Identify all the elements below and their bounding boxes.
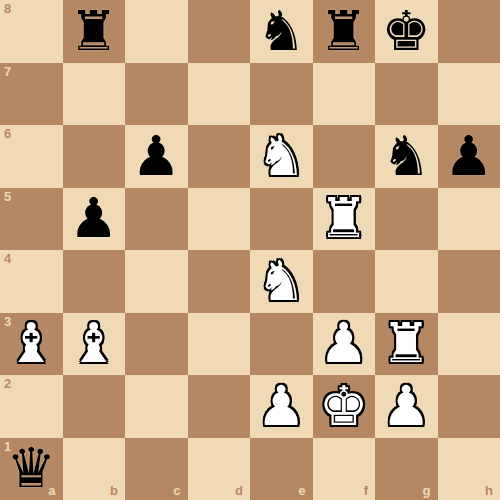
square-a8[interactable]: 8 [0, 0, 63, 63]
square-c6[interactable]: ♟ [125, 125, 188, 188]
square-c5[interactable] [125, 188, 188, 251]
piece-black-rook[interactable]: ♜ [319, 4, 368, 59]
square-e2[interactable]: ♟ [250, 375, 313, 438]
square-b1[interactable]: b [63, 438, 126, 500]
square-d2[interactable] [188, 375, 251, 438]
square-g6[interactable]: ♞ [375, 125, 438, 188]
piece-black-knight[interactable]: ♞ [382, 129, 431, 184]
chess-board: 8♜♞♜♚76♟♞♞♟5♟♜4♞3♝♝♟♜2♟♚♟1a♛bcdefgh [0, 0, 500, 500]
file-label-h: h [485, 483, 493, 498]
square-g1[interactable]: g [375, 438, 438, 500]
square-h5[interactable] [438, 188, 500, 251]
square-d8[interactable] [188, 0, 251, 63]
square-b5[interactable]: ♟ [63, 188, 126, 251]
square-b8[interactable]: ♜ [63, 0, 126, 63]
rank-label-6: 6 [4, 126, 11, 141]
square-c1[interactable]: c [125, 438, 188, 500]
square-d4[interactable] [188, 250, 251, 313]
rank-label-4: 4 [4, 251, 11, 266]
square-b6[interactable] [63, 125, 126, 188]
square-c7[interactable] [125, 63, 188, 126]
piece-white-rook[interactable]: ♜ [382, 316, 431, 371]
rank-label-8: 8 [4, 1, 11, 16]
square-g2[interactable]: ♟ [375, 375, 438, 438]
square-f2[interactable]: ♚ [313, 375, 376, 438]
piece-white-pawn[interactable]: ♟ [319, 316, 368, 371]
square-h3[interactable] [438, 313, 500, 376]
square-f6[interactable] [313, 125, 376, 188]
square-e3[interactable] [250, 313, 313, 376]
square-a5[interactable]: 5 [0, 188, 63, 251]
square-e6[interactable]: ♞ [250, 125, 313, 188]
square-b3[interactable]: ♝ [63, 313, 126, 376]
square-e8[interactable]: ♞ [250, 0, 313, 63]
square-c3[interactable] [125, 313, 188, 376]
square-c2[interactable] [125, 375, 188, 438]
piece-black-rook[interactable]: ♜ [69, 4, 118, 59]
piece-black-queen[interactable]: ♛ [7, 441, 56, 496]
square-f4[interactable] [313, 250, 376, 313]
square-b4[interactable] [63, 250, 126, 313]
square-f5[interactable]: ♜ [313, 188, 376, 251]
square-f7[interactable] [313, 63, 376, 126]
piece-white-knight[interactable]: ♞ [257, 254, 306, 309]
square-e7[interactable] [250, 63, 313, 126]
rank-label-7: 7 [4, 64, 11, 79]
piece-black-pawn[interactable]: ♟ [444, 129, 493, 184]
piece-white-bishop[interactable]: ♝ [7, 316, 56, 371]
square-a7[interactable]: 7 [0, 63, 63, 126]
square-h6[interactable]: ♟ [438, 125, 500, 188]
file-label-f: f [364, 483, 368, 498]
rank-label-2: 2 [4, 376, 11, 391]
square-h7[interactable] [438, 63, 500, 126]
square-c4[interactable] [125, 250, 188, 313]
square-d6[interactable] [188, 125, 251, 188]
piece-white-knight[interactable]: ♞ [257, 129, 306, 184]
square-d1[interactable]: d [188, 438, 251, 500]
square-g8[interactable]: ♚ [375, 0, 438, 63]
piece-white-pawn[interactable]: ♟ [257, 379, 306, 434]
square-f3[interactable]: ♟ [313, 313, 376, 376]
piece-white-rook[interactable]: ♜ [319, 191, 368, 246]
square-g5[interactable] [375, 188, 438, 251]
square-h2[interactable] [438, 375, 500, 438]
file-label-b: b [110, 483, 118, 498]
square-h1[interactable]: h [438, 438, 500, 500]
piece-white-king[interactable]: ♚ [319, 379, 368, 434]
square-g7[interactable] [375, 63, 438, 126]
square-d3[interactable] [188, 313, 251, 376]
file-label-d: d [235, 483, 243, 498]
square-b2[interactable] [63, 375, 126, 438]
piece-black-king[interactable]: ♚ [382, 4, 431, 59]
chess-board-container: 8♜♞♜♚76♟♞♞♟5♟♜4♞3♝♝♟♜2♟♚♟1a♛bcdefgh [0, 0, 500, 500]
square-h4[interactable] [438, 250, 500, 313]
square-a4[interactable]: 4 [0, 250, 63, 313]
rank-label-5: 5 [4, 189, 11, 204]
square-a6[interactable]: 6 [0, 125, 63, 188]
file-label-g: g [423, 483, 431, 498]
piece-white-pawn[interactable]: ♟ [382, 379, 431, 434]
piece-white-bishop[interactable]: ♝ [69, 316, 118, 371]
square-e5[interactable] [250, 188, 313, 251]
square-b7[interactable] [63, 63, 126, 126]
square-f8[interactable]: ♜ [313, 0, 376, 63]
square-f1[interactable]: f [313, 438, 376, 500]
file-label-e: e [298, 483, 305, 498]
piece-black-pawn[interactable]: ♟ [69, 191, 118, 246]
square-c8[interactable] [125, 0, 188, 63]
square-g3[interactable]: ♜ [375, 313, 438, 376]
square-e1[interactable]: e [250, 438, 313, 500]
file-label-c: c [173, 483, 180, 498]
square-a2[interactable]: 2 [0, 375, 63, 438]
square-e4[interactable]: ♞ [250, 250, 313, 313]
square-h8[interactable] [438, 0, 500, 63]
square-a3[interactable]: 3♝ [0, 313, 63, 376]
square-d5[interactable] [188, 188, 251, 251]
square-a1[interactable]: 1a♛ [0, 438, 63, 500]
square-g4[interactable] [375, 250, 438, 313]
piece-black-knight[interactable]: ♞ [257, 4, 306, 59]
piece-black-pawn[interactable]: ♟ [132, 129, 181, 184]
square-d7[interactable] [188, 63, 251, 126]
